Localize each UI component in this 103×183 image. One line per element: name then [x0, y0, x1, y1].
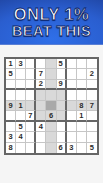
cell-r2c3[interactable] — [26, 69, 36, 79]
cell-r2c9[interactable]: 2 — [87, 69, 97, 79]
cell-r1c6[interactable]: 5 — [57, 59, 67, 69]
cell-r2c4[interactable]: 7 — [36, 69, 46, 79]
promo-banner: ONLY 1% BEAT THIS — [0, 0, 103, 45]
cell-r1c3[interactable] — [26, 59, 36, 69]
banner-headline-line2: BEAT THIS — [12, 23, 91, 39]
sudoku-board: 13557229918776154348635 — [4, 57, 99, 155]
cell-r1c5[interactable] — [46, 59, 56, 69]
cell-r3c5[interactable] — [46, 80, 56, 90]
cell-r9c2[interactable] — [16, 143, 26, 153]
cell-r7c6[interactable] — [57, 122, 67, 132]
cell-r2c2[interactable] — [16, 69, 26, 79]
cell-r9c7[interactable]: 3 — [67, 143, 77, 153]
cell-r8c1[interactable]: 3 — [6, 132, 16, 142]
cell-r7c7[interactable] — [67, 122, 77, 132]
cell-r3c3[interactable] — [26, 80, 36, 90]
cell-r3c2[interactable] — [16, 80, 26, 90]
cell-r4c2[interactable] — [16, 90, 26, 100]
cell-r9c3[interactable] — [26, 143, 36, 153]
cell-r7c3[interactable] — [26, 122, 36, 132]
cell-r5c5[interactable] — [46, 101, 56, 111]
cell-r7c1[interactable] — [6, 122, 16, 132]
cell-r8c3[interactable] — [26, 132, 36, 142]
cell-r2c5[interactable] — [46, 69, 56, 79]
cell-r4c5[interactable] — [46, 90, 56, 100]
cell-r4c3[interactable] — [26, 90, 36, 100]
cell-r2c7[interactable] — [67, 69, 77, 79]
cell-r3c7[interactable] — [67, 80, 77, 90]
cell-r6c4[interactable] — [36, 111, 46, 121]
cell-r6c2[interactable] — [16, 111, 26, 121]
cell-r4c7[interactable] — [67, 90, 77, 100]
cell-r7c9[interactable] — [87, 122, 97, 132]
cell-r3c9[interactable] — [87, 80, 97, 90]
cell-r5c7[interactable] — [67, 101, 77, 111]
cell-r1c8[interactable] — [77, 59, 87, 69]
cell-r8c2[interactable]: 4 — [16, 132, 26, 142]
cell-r6c9[interactable] — [87, 111, 97, 121]
cell-r7c4[interactable]: 4 — [36, 122, 46, 132]
banner-headline-line1: ONLY 1% — [14, 5, 89, 23]
cell-r2c1[interactable]: 5 — [6, 69, 16, 79]
cell-r6c5[interactable]: 6 — [46, 111, 56, 121]
cell-r2c8[interactable] — [77, 69, 87, 79]
cell-r5c8[interactable]: 8 — [77, 101, 87, 111]
cell-r8c5[interactable] — [46, 132, 56, 142]
cell-r4c6[interactable] — [57, 90, 67, 100]
cell-r9c8[interactable] — [77, 143, 87, 153]
cell-r9c1[interactable]: 8 — [6, 143, 16, 153]
cell-r9c6[interactable]: 6 — [57, 143, 67, 153]
cell-r6c3[interactable]: 7 — [26, 111, 36, 121]
cell-r5c2[interactable]: 1 — [16, 101, 26, 111]
cell-r1c4[interactable] — [36, 59, 46, 69]
cell-r2c6[interactable] — [57, 69, 67, 79]
cell-r4c9[interactable] — [87, 90, 97, 100]
cell-r4c8[interactable] — [77, 90, 87, 100]
cell-r1c1[interactable]: 1 — [6, 59, 16, 69]
cell-r7c2[interactable]: 5 — [16, 122, 26, 132]
cell-r8c9[interactable] — [87, 132, 97, 142]
cell-r4c4[interactable] — [36, 90, 46, 100]
cell-r1c7[interactable] — [67, 59, 77, 69]
cell-r8c6[interactable] — [57, 132, 67, 142]
cell-r5c6[interactable] — [57, 101, 67, 111]
cell-r5c4[interactable] — [36, 101, 46, 111]
cell-r3c8[interactable] — [77, 80, 87, 90]
cell-r6c6[interactable] — [57, 111, 67, 121]
cell-r9c9[interactable]: 5 — [87, 143, 97, 153]
cell-r7c8[interactable] — [77, 122, 87, 132]
cell-r6c1[interactable] — [6, 111, 16, 121]
cell-r6c7[interactable] — [67, 111, 77, 121]
cell-r5c1[interactable]: 9 — [6, 101, 16, 111]
cell-r8c8[interactable] — [77, 132, 87, 142]
cell-r1c9[interactable] — [87, 59, 97, 69]
cell-r1c2[interactable]: 3 — [16, 59, 26, 69]
cell-r3c4[interactable]: 2 — [36, 80, 46, 90]
cell-r3c6[interactable]: 9 — [57, 80, 67, 90]
sudoku-app-screen: ONLY 1% BEAT THIS 1355722991877615434863… — [0, 0, 103, 183]
cell-r9c4[interactable] — [36, 143, 46, 153]
cell-r9c5[interactable] — [46, 143, 56, 153]
cell-r5c3[interactable] — [26, 101, 36, 111]
cell-r8c4[interactable] — [36, 132, 46, 142]
cell-r3c1[interactable] — [6, 80, 16, 90]
cell-r5c9[interactable]: 7 — [87, 101, 97, 111]
cell-r8c7[interactable] — [67, 132, 77, 142]
cell-r7c5[interactable] — [46, 122, 56, 132]
cell-r6c8[interactable]: 1 — [77, 111, 87, 121]
cell-r4c1[interactable] — [6, 90, 16, 100]
